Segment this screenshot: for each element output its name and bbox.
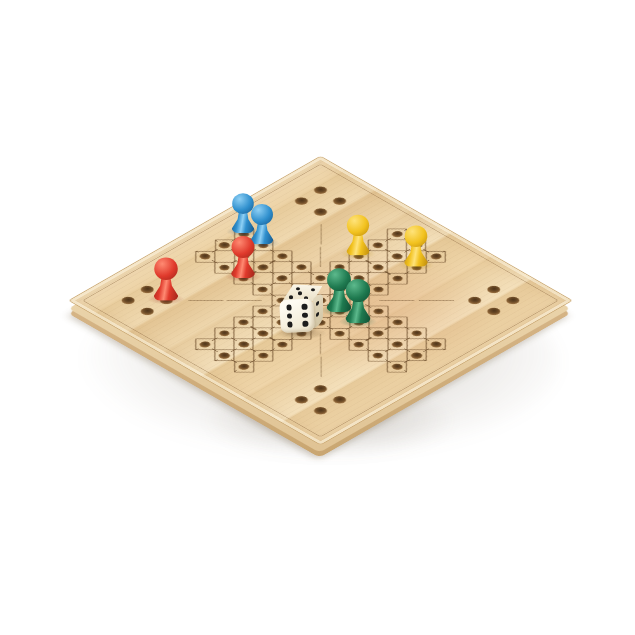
die-pip [287, 321, 293, 327]
peg-yellow-4[interactable] [402, 225, 430, 266]
home-hole[interactable] [311, 185, 329, 196]
home-connector-line [320, 335, 321, 355]
home-connector-line [320, 357, 321, 377]
peg-green-7[interactable] [343, 279, 373, 323]
home-hole[interactable] [311, 405, 329, 416]
home-connector-line [226, 300, 261, 301]
home-hole[interactable] [484, 306, 502, 317]
die-pip [286, 313, 292, 319]
peg-head [405, 225, 428, 247]
die-pip [296, 287, 301, 291]
die-pip [286, 304, 292, 310]
home-connector-line [320, 246, 321, 266]
home-connector-line [380, 300, 415, 301]
scene [0, 0, 635, 635]
home-connector-line [320, 224, 321, 244]
die-face-front [279, 298, 315, 333]
home-hole[interactable] [292, 394, 310, 405]
home-hole[interactable] [330, 196, 348, 207]
peg-head [347, 215, 369, 236]
peg-red-home[interactable] [152, 258, 181, 301]
home-hole[interactable] [330, 394, 348, 405]
peg-head [232, 236, 255, 258]
home-hole[interactable] [503, 295, 521, 306]
die-pip [315, 300, 319, 306]
die-pip [289, 295, 294, 299]
home-hole[interactable] [311, 383, 329, 394]
home-connector-line [418, 300, 453, 301]
die-pip [301, 304, 307, 310]
peg-head [155, 258, 179, 281]
peg-head [346, 279, 370, 302]
home-hole[interactable] [292, 196, 310, 207]
peg-head [251, 204, 273, 225]
home-hole[interactable] [484, 284, 502, 295]
home-hole[interactable] [311, 207, 329, 218]
die-pip [315, 311, 319, 317]
home-hole[interactable] [119, 295, 137, 306]
die-pip [298, 291, 303, 295]
home-hole[interactable] [138, 306, 156, 317]
die[interactable] [276, 284, 326, 336]
peg-yellow-3[interactable] [344, 215, 372, 256]
die-pip [302, 321, 308, 327]
peg-red-5[interactable] [229, 236, 258, 278]
home-connector-line [188, 300, 223, 301]
die-pip [302, 312, 308, 318]
home-hole[interactable] [465, 295, 483, 306]
die-pip [311, 288, 316, 292]
